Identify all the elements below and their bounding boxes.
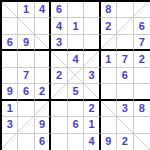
cell-r2c3[interactable] — [35, 18, 51, 34]
cell-r1c8[interactable] — [117, 2, 133, 18]
cell-r2c8[interactable] — [117, 18, 133, 34]
cell-r8c8[interactable] — [117, 117, 133, 133]
cell-r5c3[interactable] — [35, 68, 51, 84]
cell-r8c4[interactable] — [51, 117, 67, 133]
cell-r3c2[interactable]: 9 — [18, 35, 34, 51]
cell-r1c2[interactable]: 1 — [18, 2, 34, 18]
cell-r1c4[interactable]: 6 — [51, 2, 67, 18]
cell-r6c6[interactable] — [84, 84, 100, 100]
cell-r3c9[interactable]: 7 — [134, 35, 150, 51]
cell-r6c8[interactable] — [117, 84, 133, 100]
cell-r8c9[interactable] — [134, 117, 150, 133]
cell-r9c8[interactable]: 2 — [117, 134, 133, 150]
cell-r4c6[interactable] — [84, 51, 100, 67]
cell-r8c5[interactable]: 6 — [68, 117, 84, 133]
cell-r4c1[interactable] — [2, 51, 18, 67]
cell-r1c3[interactable]: 4 — [35, 2, 51, 18]
cell-r9c5[interactable] — [68, 134, 84, 150]
cell-r5c2[interactable]: 7 — [18, 68, 34, 84]
cell-r5c5[interactable] — [68, 68, 84, 84]
cell-r4c9[interactable]: 2 — [134, 51, 150, 67]
cell-r1c6[interactable] — [84, 2, 100, 18]
cell-r8c3[interactable]: 9 — [35, 117, 51, 133]
cell-r5c8[interactable]: 6 — [117, 68, 133, 84]
cell-r6c7[interactable] — [101, 84, 117, 100]
cell-r2c9[interactable]: 6 — [134, 18, 150, 34]
cell-r3c3[interactable] — [35, 35, 51, 51]
cell-r9c4[interactable] — [51, 134, 67, 150]
cell-r9c1[interactable] — [2, 134, 18, 150]
cell-r4c4[interactable] — [51, 51, 67, 67]
cell-r7c1[interactable]: 1 — [2, 101, 18, 117]
cell-r2c7[interactable]: 2 — [101, 18, 117, 34]
cell-r3c6[interactable] — [84, 35, 100, 51]
cell-r4c8[interactable]: 7 — [117, 51, 133, 67]
cell-r4c7[interactable]: 1 — [101, 51, 117, 67]
cell-r5c7[interactable] — [101, 68, 117, 84]
cell-r2c6[interactable] — [84, 18, 100, 34]
cell-r3c8[interactable] — [117, 35, 133, 51]
cell-r9c6[interactable]: 4 — [84, 134, 100, 150]
cell-r7c8[interactable]: 3 — [117, 101, 133, 117]
cell-r7c4[interactable] — [51, 101, 67, 117]
cell-r6c3[interactable]: 2 — [35, 84, 51, 100]
cell-r4c3[interactable] — [35, 51, 51, 67]
cell-r4c5[interactable]: 4 — [68, 51, 84, 67]
cell-r5c6[interactable]: 3 — [84, 68, 100, 84]
sudoku-board: 146841266937417272369625123839616492 — [0, 0, 150, 150]
cell-r9c2[interactable] — [18, 134, 34, 150]
cell-r8c7[interactable] — [101, 117, 117, 133]
cell-r3c1[interactable]: 6 — [2, 35, 18, 51]
cell-r3c5[interactable] — [68, 35, 84, 51]
cell-r1c9[interactable] — [134, 2, 150, 18]
cell-r7c5[interactable] — [68, 101, 84, 117]
cell-r9c9[interactable] — [134, 134, 150, 150]
cell-r7c7[interactable] — [101, 101, 117, 117]
cell-r7c9[interactable]: 8 — [134, 101, 150, 117]
cell-r2c4[interactable]: 4 — [51, 18, 67, 34]
cell-r9c3[interactable]: 6 — [35, 134, 51, 150]
cell-r7c3[interactable] — [35, 101, 51, 117]
cell-r6c1[interactable]: 9 — [2, 84, 18, 100]
cell-r8c2[interactable] — [18, 117, 34, 133]
cell-r5c1[interactable] — [2, 68, 18, 84]
cell-r7c2[interactable] — [18, 101, 34, 117]
cell-r8c6[interactable]: 1 — [84, 117, 100, 133]
cell-r8c1[interactable]: 3 — [2, 117, 18, 133]
cell-r1c5[interactable] — [68, 2, 84, 18]
cell-r4c2[interactable] — [18, 51, 34, 67]
cell-r3c7[interactable] — [101, 35, 117, 51]
cell-grid: 146841266937417272369625123839616492 — [2, 2, 150, 150]
cell-r1c1[interactable] — [2, 2, 18, 18]
cell-r1c7[interactable]: 8 — [101, 2, 117, 18]
cell-r5c4[interactable]: 2 — [51, 68, 67, 84]
cell-r6c2[interactable]: 6 — [18, 84, 34, 100]
cell-r2c1[interactable] — [2, 18, 18, 34]
cell-r6c4[interactable] — [51, 84, 67, 100]
cell-r5c9[interactable] — [134, 68, 150, 84]
cell-r2c5[interactable]: 1 — [68, 18, 84, 34]
cell-r2c2[interactable] — [18, 18, 34, 34]
cell-r9c7[interactable]: 9 — [101, 134, 117, 150]
cell-r6c5[interactable]: 5 — [68, 84, 84, 100]
cell-r3c4[interactable]: 3 — [51, 35, 67, 51]
cell-r7c6[interactable]: 2 — [84, 101, 100, 117]
cell-r6c9[interactable] — [134, 84, 150, 100]
